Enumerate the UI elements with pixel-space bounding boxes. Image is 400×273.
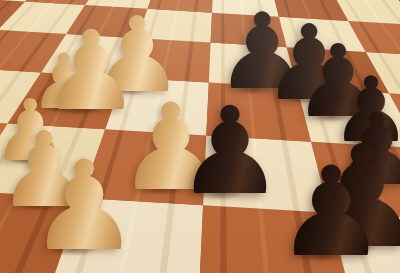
chessboard-photo: ♟♟♟♟♟♟♟♟♟♟♟♟♟♟♟ <box>0 0 400 273</box>
white-pawn: ♟ <box>28 144 139 268</box>
pieces-layer: ♟♟♟♟♟♟♟♟♟♟♟♟♟♟♟ <box>0 0 400 273</box>
black-pawn: ♟ <box>176 91 284 212</box>
black-pawn: ♟ <box>275 150 386 273</box>
